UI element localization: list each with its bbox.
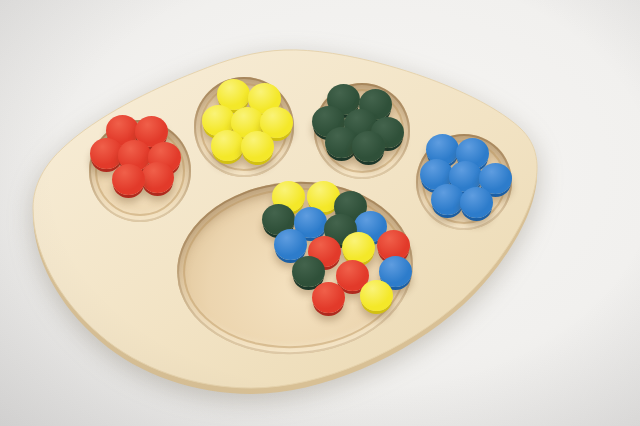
disc-blue[interactable]	[274, 229, 307, 260]
disc-yellow[interactable]	[342, 232, 375, 263]
scene	[0, 0, 640, 426]
disc-red[interactable]	[141, 162, 174, 193]
photo-background: { "game": "wooden color-sorting tray (ma…	[0, 0, 640, 426]
disc-green[interactable]	[292, 256, 325, 287]
disc-layer	[0, 0, 640, 426]
disc-yellow[interactable]	[241, 131, 274, 162]
disc-blue[interactable]	[460, 187, 493, 218]
disc-yellow[interactable]	[360, 280, 393, 311]
disc-yellow[interactable]	[211, 130, 244, 161]
disc-green[interactable]	[352, 131, 385, 162]
disc-red[interactable]	[312, 282, 345, 313]
disc-blue[interactable]	[431, 184, 464, 215]
disc-red[interactable]	[112, 164, 145, 195]
